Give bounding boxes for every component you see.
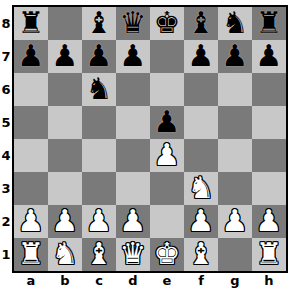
square-c3[interactable] [82,172,116,205]
square-e6[interactable] [150,73,184,106]
black-pawn: ♟ [154,107,181,137]
rank-label-2: 2 [0,205,12,238]
square-d6[interactable] [116,73,150,106]
square-a7[interactable]: ♟ [14,40,48,73]
black-pawn: ♟ [256,41,283,71]
square-b6[interactable] [48,73,82,106]
square-a3[interactable] [14,172,48,205]
white-bishop: ♝ [188,239,215,269]
file-label-a: a [14,273,48,288]
square-f5[interactable] [184,106,218,139]
white-queen: ♛ [120,239,147,269]
square-h3[interactable] [252,172,286,205]
file-label-e: e [150,273,184,288]
black-rook: ♜ [18,8,45,38]
square-a8[interactable]: ♜ [14,7,48,40]
square-f4[interactable] [184,139,218,172]
white-pawn: ♟ [86,206,113,236]
square-b3[interactable] [48,172,82,205]
square-e5[interactable]: ♟ [150,106,184,139]
square-g2[interactable]: ♟ [218,205,252,238]
square-h1[interactable]: ♜ [252,238,286,271]
file-label-g: g [218,273,252,288]
square-c8[interactable]: ♝ [82,7,116,40]
square-b8[interactable] [48,7,82,40]
square-c5[interactable] [82,106,116,139]
black-pawn: ♟ [18,41,45,71]
square-e2[interactable] [150,205,184,238]
rank-label-6: 6 [0,73,12,106]
square-c6[interactable]: ♞ [82,73,116,106]
file-label-f: f [184,273,218,288]
square-g5[interactable] [218,106,252,139]
white-pawn: ♟ [222,206,249,236]
square-e4[interactable]: ♟ [150,139,184,172]
square-a4[interactable] [14,139,48,172]
black-king: ♚ [154,8,181,38]
board-border: ♜♝♛♚♝♞♜♟♟♟♟♟♟♟♞♟♟♞♟♟♟♟♟♟♟♜♞♝♛♚♝♜ [12,5,288,273]
square-g4[interactable] [218,139,252,172]
chess-board: ♜♝♛♚♝♞♜♟♟♟♟♟♟♟♞♟♟♞♟♟♟♟♟♟♟♜♞♝♛♚♝♜ [14,7,286,271]
black-pawn: ♟ [120,41,147,71]
square-e1[interactable]: ♚ [150,238,184,271]
black-rook: ♜ [256,8,283,38]
square-b5[interactable] [48,106,82,139]
white-king: ♚ [154,239,181,269]
square-h4[interactable] [252,139,286,172]
file-label-h: h [252,273,286,288]
rank-labels: 87654321 [0,7,12,271]
square-h7[interactable]: ♟ [252,40,286,73]
square-c7[interactable]: ♟ [82,40,116,73]
white-pawn: ♟ [188,206,215,236]
square-g1[interactable] [218,238,252,271]
square-a5[interactable] [14,106,48,139]
square-g7[interactable]: ♟ [218,40,252,73]
square-b4[interactable] [48,139,82,172]
square-f3[interactable]: ♞ [184,172,218,205]
white-bishop: ♝ [86,239,113,269]
rank-label-1: 1 [0,238,12,271]
black-pawn: ♟ [188,41,215,71]
white-knight: ♞ [52,239,79,269]
square-c4[interactable] [82,139,116,172]
square-f8[interactable]: ♝ [184,7,218,40]
black-pawn: ♟ [52,41,79,71]
black-pawn: ♟ [86,41,113,71]
square-a1[interactable]: ♜ [14,238,48,271]
white-rook: ♜ [256,239,283,269]
square-d4[interactable] [116,139,150,172]
square-d1[interactable]: ♛ [116,238,150,271]
square-e7[interactable] [150,40,184,73]
white-pawn: ♟ [52,206,79,236]
file-labels: abcdefgh [14,273,286,288]
rank-label-8: 8 [0,7,12,40]
white-knight: ♞ [188,173,215,203]
square-a6[interactable] [14,73,48,106]
square-f7[interactable]: ♟ [184,40,218,73]
white-pawn: ♟ [154,140,181,170]
black-knight: ♞ [86,74,113,104]
square-c1[interactable]: ♝ [82,238,116,271]
square-b1[interactable]: ♞ [48,238,82,271]
white-pawn: ♟ [18,206,45,236]
black-bishop: ♝ [188,8,215,38]
square-d5[interactable] [116,106,150,139]
rank-label-3: 3 [0,172,12,205]
square-f6[interactable] [184,73,218,106]
square-g8[interactable]: ♞ [218,7,252,40]
rank-label-5: 5 [0,106,12,139]
square-a2[interactable]: ♟ [14,205,48,238]
square-d7[interactable]: ♟ [116,40,150,73]
black-bishop: ♝ [86,8,113,38]
square-e8[interactable]: ♚ [150,7,184,40]
white-rook: ♜ [18,239,45,269]
square-h5[interactable] [252,106,286,139]
file-label-c: c [82,273,116,288]
square-h6[interactable] [252,73,286,106]
square-f1[interactable]: ♝ [184,238,218,271]
square-c2[interactable]: ♟ [82,205,116,238]
rank-label-7: 7 [0,40,12,73]
square-d3[interactable] [116,172,150,205]
square-g6[interactable] [218,73,252,106]
square-f2[interactable]: ♟ [184,205,218,238]
square-h8[interactable]: ♜ [252,7,286,40]
square-e3[interactable] [150,172,184,205]
square-d2[interactable]: ♟ [116,205,150,238]
file-label-b: b [48,273,82,288]
square-d8[interactable]: ♛ [116,7,150,40]
white-pawn: ♟ [256,206,283,236]
file-label-d: d [116,273,150,288]
square-b2[interactable]: ♟ [48,205,82,238]
black-knight: ♞ [222,8,249,38]
square-h2[interactable]: ♟ [252,205,286,238]
rank-label-4: 4 [0,139,12,172]
black-queen: ♛ [120,8,147,38]
black-pawn: ♟ [222,41,249,71]
square-g3[interactable] [218,172,252,205]
chess-board-frame: 87654321 ♜♝♛♚♝♞♜♟♟♟♟♟♟♟♞♟♟♞♟♟♟♟♟♟♟♜♞♝♛♚♝… [0,0,288,288]
white-pawn: ♟ [120,206,147,236]
square-b7[interactable]: ♟ [48,40,82,73]
